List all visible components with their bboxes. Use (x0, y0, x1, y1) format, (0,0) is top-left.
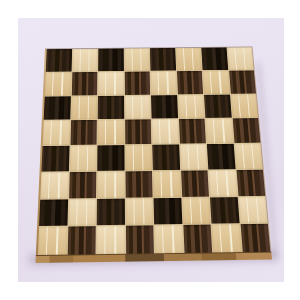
square-r4c4 (125, 120, 152, 145)
square-r5c6 (180, 144, 208, 169)
square-r8c2 (67, 226, 96, 254)
square-r7c8 (238, 196, 268, 223)
board-grid (38, 47, 270, 255)
square-r8c7 (212, 224, 242, 252)
square-r1c5 (150, 48, 176, 70)
board-top-surface (36, 47, 271, 256)
square-r5c2 (69, 145, 96, 171)
square-r2c7 (203, 71, 230, 94)
square-r2c2 (71, 72, 97, 95)
square-r7c7 (210, 197, 239, 224)
square-r5c1 (41, 146, 69, 172)
square-r4c6 (179, 119, 206, 144)
square-r5c8 (234, 143, 263, 168)
square-r2c1 (45, 72, 71, 95)
square-r3c8 (230, 94, 258, 118)
square-r5c5 (152, 144, 179, 169)
square-r8c5 (154, 225, 183, 253)
square-r3c1 (44, 96, 71, 120)
square-r8c3 (96, 226, 124, 254)
square-r4c2 (70, 120, 97, 145)
square-r8c6 (183, 225, 212, 253)
square-r6c8 (236, 169, 265, 195)
square-r1c2 (72, 49, 98, 72)
square-r4c5 (152, 119, 179, 144)
square-r5c4 (125, 145, 152, 171)
square-r7c5 (154, 197, 182, 224)
square-r6c2 (69, 172, 97, 198)
square-r7c4 (125, 198, 153, 225)
square-r3c2 (71, 96, 97, 120)
square-r1c3 (98, 49, 123, 72)
square-r2c4 (124, 71, 150, 94)
square-r4c3 (97, 120, 123, 145)
square-r1c8 (227, 47, 254, 69)
square-r6c5 (153, 171, 181, 197)
square-r7c6 (182, 197, 211, 224)
square-r3c3 (98, 95, 124, 119)
square-r5c3 (97, 145, 124, 171)
square-r8c1 (38, 227, 67, 255)
square-r2c6 (177, 71, 204, 94)
square-r1c7 (201, 48, 227, 70)
square-r8c4 (125, 226, 153, 254)
square-r1c6 (176, 48, 202, 70)
square-r2c5 (150, 71, 176, 94)
square-r3c6 (178, 94, 205, 118)
square-r4c8 (232, 118, 260, 143)
square-r6c7 (208, 170, 237, 196)
square-r6c3 (97, 171, 124, 197)
square-r3c7 (204, 94, 231, 118)
square-r5c7 (207, 144, 235, 169)
square-r1c1 (46, 49, 72, 72)
square-r3c5 (151, 95, 178, 119)
square-r1c4 (124, 48, 149, 71)
square-r6c6 (181, 170, 209, 196)
square-r7c2 (68, 199, 96, 226)
square-r8c8 (240, 224, 270, 252)
square-r2c3 (98, 72, 124, 95)
chess-board (35, 47, 272, 263)
square-r7c1 (39, 199, 68, 226)
product-photo: { "game": "chess", "scene": { "type": "p… (0, 0, 300, 300)
square-r3c4 (125, 95, 151, 119)
square-r7c3 (97, 198, 125, 225)
square-r6c1 (40, 172, 68, 198)
square-r4c7 (205, 119, 233, 144)
square-r6c4 (125, 171, 152, 197)
square-r2c8 (229, 70, 256, 93)
square-r4c1 (43, 120, 70, 145)
